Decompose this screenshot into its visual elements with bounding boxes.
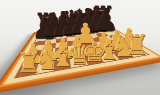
white-rook-h1[interactable]: ♜ [125, 31, 147, 58]
photo-backdrop: ♜♞♝♛♚♝♞♜♟♟♟♟♟♟♟♟♟♟♟♟♟♟♟♟♜♞♝♛♚♝♞♜ [0, 0, 160, 95]
